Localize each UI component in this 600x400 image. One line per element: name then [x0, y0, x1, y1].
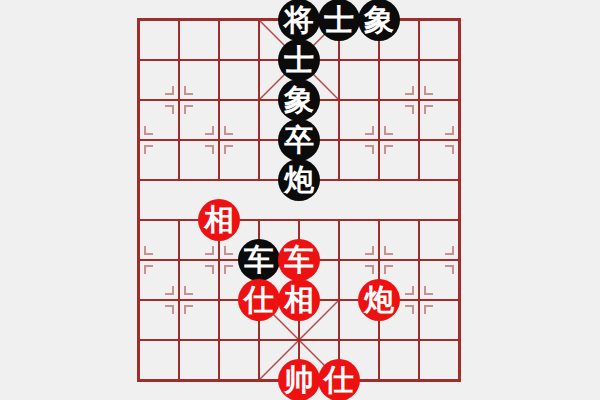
- grid-vline: [258, 20, 260, 181]
- grid-vline: [178, 20, 180, 181]
- point-marker: [184, 286, 193, 295]
- point-marker: [205, 265, 214, 274]
- black-general[interactable]: 将: [278, 0, 320, 41]
- point-marker: [445, 126, 454, 135]
- point-marker: [184, 86, 193, 95]
- point-marker: [165, 105, 174, 114]
- point-marker: [384, 246, 393, 255]
- black-elephant[interactable]: 象: [278, 79, 320, 121]
- point-marker: [445, 145, 454, 154]
- grid-vline: [378, 20, 380, 181]
- black-advisor[interactable]: 士: [318, 0, 360, 41]
- point-marker: [165, 286, 174, 295]
- point-marker: [424, 286, 433, 295]
- point-marker: [365, 145, 374, 154]
- grid-vline: [218, 20, 220, 181]
- xiangqi-board[interactable]: 将士象士象卒炮车相车仕相炮帅仕: [139, 20, 459, 380]
- grid-vline: [178, 219, 180, 380]
- point-marker: [365, 265, 374, 274]
- point-marker: [205, 246, 214, 255]
- point-marker: [424, 86, 433, 95]
- point-marker: [224, 265, 233, 274]
- point-marker: [144, 126, 153, 135]
- point-marker: [405, 86, 414, 95]
- point-marker: [445, 246, 454, 255]
- point-marker: [144, 145, 153, 154]
- point-marker: [405, 305, 414, 314]
- point-marker: [424, 105, 433, 114]
- red-advisor[interactable]: 仕: [318, 359, 360, 400]
- red-cannon[interactable]: 炮: [358, 279, 400, 321]
- point-marker: [445, 265, 454, 274]
- point-marker: [224, 246, 233, 255]
- grid-vline: [418, 20, 420, 181]
- black-elephant[interactable]: 象: [358, 0, 400, 41]
- point-marker: [384, 126, 393, 135]
- black-cannon[interactable]: 炮: [278, 159, 320, 201]
- point-marker: [205, 126, 214, 135]
- point-marker: [165, 305, 174, 314]
- black-advisor[interactable]: 士: [278, 39, 320, 81]
- point-marker: [144, 265, 153, 274]
- point-marker: [205, 145, 214, 154]
- point-marker: [405, 105, 414, 114]
- point-marker: [184, 305, 193, 314]
- point-marker: [184, 105, 193, 114]
- red-chariot[interactable]: 车: [278, 239, 320, 281]
- red-general[interactable]: 帅: [278, 359, 320, 400]
- point-marker: [384, 145, 393, 154]
- point-marker: [144, 246, 153, 255]
- point-marker: [365, 126, 374, 135]
- point-marker: [405, 286, 414, 295]
- red-elephant[interactable]: 相: [198, 199, 240, 241]
- grid-vline: [218, 219, 220, 380]
- black-chariot[interactable]: 车: [238, 239, 280, 281]
- grid-vline: [338, 219, 340, 380]
- grid-vline: [338, 20, 340, 181]
- point-marker: [165, 86, 174, 95]
- point-marker: [424, 305, 433, 314]
- point-marker: [224, 126, 233, 135]
- red-elephant[interactable]: 相: [278, 279, 320, 321]
- point-marker: [224, 145, 233, 154]
- grid-vline: [418, 219, 420, 380]
- red-advisor[interactable]: 仕: [238, 279, 280, 321]
- point-marker: [365, 246, 374, 255]
- black-soldier[interactable]: 卒: [278, 119, 320, 161]
- point-marker: [384, 265, 393, 274]
- xiangqi-app-screen: 将士象士象卒炮车相车仕相炮帅仕: [0, 0, 600, 400]
